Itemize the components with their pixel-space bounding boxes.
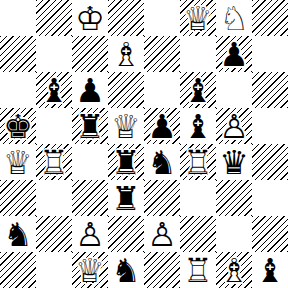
square-h3[interactable] bbox=[252, 180, 288, 216]
piece-halo: ♚ bbox=[72, 0, 108, 36]
black-rook-d4: ♜ bbox=[108, 144, 144, 180]
square-c4[interactable] bbox=[72, 144, 108, 180]
black-rook-d3: ♜ bbox=[108, 180, 144, 216]
piece-halo: ♟ bbox=[216, 108, 252, 144]
white-queen-f8: ♕ bbox=[180, 0, 216, 36]
square-g5[interactable]: ♟♙ bbox=[216, 108, 252, 144]
white-rook-b4: ♖ bbox=[36, 144, 72, 180]
piece-halo: ♝ bbox=[216, 252, 252, 288]
square-b5[interactable] bbox=[36, 108, 72, 144]
square-f3[interactable] bbox=[180, 180, 216, 216]
square-f1[interactable]: ♜♖ bbox=[180, 252, 216, 288]
square-a8[interactable] bbox=[0, 0, 36, 36]
piece-halo: ♝ bbox=[252, 252, 288, 288]
chess-board: ♚♔♛♕♞♘♝♗♟♟♝♝♟♟♝♝♚♚♜♜♛♕♟♟♝♝♟♙♛♕♜♖♜♜♞♞♜♖♛♛… bbox=[0, 0, 288, 288]
square-d1[interactable]: ♞♞ bbox=[108, 252, 144, 288]
black-bishop-h1: ♝ bbox=[252, 252, 288, 288]
piece-halo: ♟ bbox=[216, 36, 252, 72]
piece-halo: ♜ bbox=[108, 180, 144, 216]
square-e3[interactable] bbox=[144, 180, 180, 216]
square-c2[interactable]: ♟♙ bbox=[72, 216, 108, 252]
square-a1[interactable] bbox=[0, 252, 36, 288]
square-d3[interactable]: ♜♜ bbox=[108, 180, 144, 216]
square-d5[interactable]: ♛♕ bbox=[108, 108, 144, 144]
white-pawn-c2: ♙ bbox=[72, 216, 108, 252]
square-g3[interactable] bbox=[216, 180, 252, 216]
piece-halo: ♛ bbox=[108, 108, 144, 144]
piece-halo: ♝ bbox=[180, 108, 216, 144]
white-queen-a4: ♕ bbox=[0, 144, 36, 180]
white-knight-g8: ♘ bbox=[216, 0, 252, 36]
black-queen-g4: ♛ bbox=[216, 144, 252, 180]
square-e1[interactable] bbox=[144, 252, 180, 288]
square-c8[interactable]: ♚♔ bbox=[72, 0, 108, 36]
square-a3[interactable] bbox=[0, 180, 36, 216]
white-queen-d5: ♕ bbox=[108, 108, 144, 144]
black-knight-e4: ♞ bbox=[144, 144, 180, 180]
black-pawn-c6: ♟ bbox=[72, 72, 108, 108]
square-d6[interactable] bbox=[108, 72, 144, 108]
square-b6[interactable]: ♝♝ bbox=[36, 72, 72, 108]
piece-halo: ♟ bbox=[72, 216, 108, 252]
piece-halo: ♟ bbox=[144, 216, 180, 252]
square-b8[interactable] bbox=[36, 0, 72, 36]
piece-halo: ♞ bbox=[108, 252, 144, 288]
piece-halo: ♟ bbox=[72, 72, 108, 108]
square-g2[interactable] bbox=[216, 216, 252, 252]
square-c1[interactable]: ♛♕ bbox=[72, 252, 108, 288]
white-queen-c1: ♕ bbox=[72, 252, 108, 288]
square-h5[interactable] bbox=[252, 108, 288, 144]
piece-halo: ♜ bbox=[180, 252, 216, 288]
square-f8[interactable]: ♛♕ bbox=[180, 0, 216, 36]
square-a5[interactable]: ♚♚ bbox=[0, 108, 36, 144]
square-a4[interactable]: ♛♕ bbox=[0, 144, 36, 180]
square-b7[interactable] bbox=[36, 36, 72, 72]
square-h6[interactable] bbox=[252, 72, 288, 108]
black-knight-d1: ♞ bbox=[108, 252, 144, 288]
square-c3[interactable] bbox=[72, 180, 108, 216]
square-e8[interactable] bbox=[144, 0, 180, 36]
square-a7[interactable] bbox=[0, 36, 36, 72]
square-b4[interactable]: ♜♖ bbox=[36, 144, 72, 180]
white-bishop-d7: ♗ bbox=[108, 36, 144, 72]
white-pawn-g5: ♙ bbox=[216, 108, 252, 144]
piece-halo: ♜ bbox=[72, 108, 108, 144]
square-f4[interactable]: ♜♖ bbox=[180, 144, 216, 180]
square-g6[interactable] bbox=[216, 72, 252, 108]
piece-halo: ♜ bbox=[108, 144, 144, 180]
white-rook-f4: ♖ bbox=[180, 144, 216, 180]
square-e5[interactable]: ♟♟ bbox=[144, 108, 180, 144]
square-b2[interactable] bbox=[36, 216, 72, 252]
piece-halo: ♝ bbox=[180, 72, 216, 108]
square-d4[interactable]: ♜♜ bbox=[108, 144, 144, 180]
piece-halo: ♝ bbox=[36, 72, 72, 108]
square-a6[interactable] bbox=[0, 72, 36, 108]
square-f5[interactable]: ♝♝ bbox=[180, 108, 216, 144]
square-e6[interactable] bbox=[144, 72, 180, 108]
square-g7[interactable]: ♟♟ bbox=[216, 36, 252, 72]
square-g4[interactable]: ♛♛ bbox=[216, 144, 252, 180]
square-h1[interactable]: ♝♝ bbox=[252, 252, 288, 288]
black-pawn-g7: ♟ bbox=[216, 36, 252, 72]
piece-halo: ♝ bbox=[108, 36, 144, 72]
square-h8[interactable] bbox=[252, 0, 288, 36]
square-e4[interactable]: ♞♞ bbox=[144, 144, 180, 180]
square-g8[interactable]: ♞♘ bbox=[216, 0, 252, 36]
square-f6[interactable]: ♝♝ bbox=[180, 72, 216, 108]
black-rook-c5: ♜ bbox=[72, 108, 108, 144]
piece-halo: ♛ bbox=[216, 144, 252, 180]
piece-halo: ♞ bbox=[144, 144, 180, 180]
piece-halo: ♚ bbox=[0, 108, 36, 144]
white-bishop-g1: ♗ bbox=[216, 252, 252, 288]
square-a2[interactable]: ♞♞ bbox=[0, 216, 36, 252]
square-h4[interactable] bbox=[252, 144, 288, 180]
piece-halo: ♛ bbox=[180, 0, 216, 36]
square-c7[interactable] bbox=[72, 36, 108, 72]
square-h2[interactable] bbox=[252, 216, 288, 252]
square-f2[interactable] bbox=[180, 216, 216, 252]
square-d7[interactable]: ♝♗ bbox=[108, 36, 144, 72]
piece-halo: ♞ bbox=[216, 0, 252, 36]
piece-halo: ♟ bbox=[144, 108, 180, 144]
black-knight-a2: ♞ bbox=[0, 216, 36, 252]
square-d8[interactable] bbox=[108, 0, 144, 36]
piece-halo: ♛ bbox=[72, 252, 108, 288]
white-pawn-e2: ♙ bbox=[144, 216, 180, 252]
white-rook-f1: ♖ bbox=[180, 252, 216, 288]
square-b1[interactable] bbox=[36, 252, 72, 288]
black-king-a5: ♚ bbox=[0, 108, 36, 144]
black-bishop-f5: ♝ bbox=[180, 108, 216, 144]
square-c6[interactable]: ♟♟ bbox=[72, 72, 108, 108]
black-pawn-e5: ♟ bbox=[144, 108, 180, 144]
piece-halo: ♛ bbox=[0, 144, 36, 180]
black-bishop-f6: ♝ bbox=[180, 72, 216, 108]
square-f7[interactable] bbox=[180, 36, 216, 72]
square-e2[interactable]: ♟♙ bbox=[144, 216, 180, 252]
piece-halo: ♞ bbox=[0, 216, 36, 252]
square-d2[interactable] bbox=[108, 216, 144, 252]
square-b3[interactable] bbox=[36, 180, 72, 216]
square-e7[interactable] bbox=[144, 36, 180, 72]
square-c5[interactable]: ♜♜ bbox=[72, 108, 108, 144]
square-g1[interactable]: ♝♗ bbox=[216, 252, 252, 288]
black-bishop-b6: ♝ bbox=[36, 72, 72, 108]
piece-halo: ♜ bbox=[180, 144, 216, 180]
piece-halo: ♜ bbox=[36, 144, 72, 180]
square-h7[interactable] bbox=[252, 36, 288, 72]
white-king-c8: ♔ bbox=[72, 0, 108, 36]
